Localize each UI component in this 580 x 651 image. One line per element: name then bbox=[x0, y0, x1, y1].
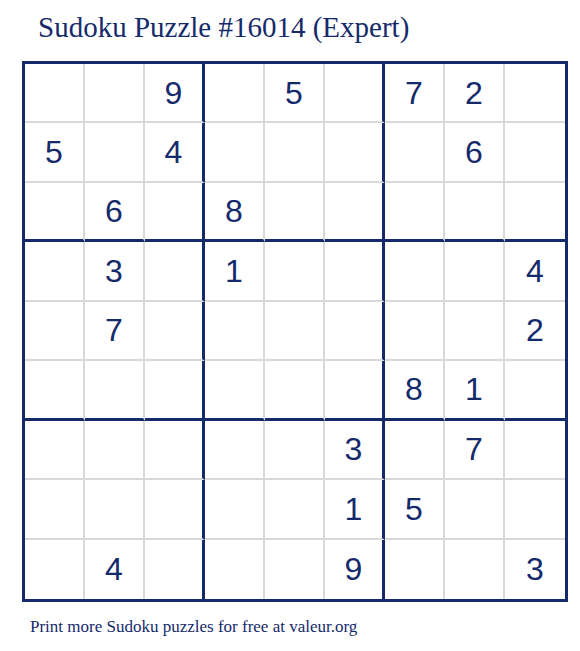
cell-r1c4 bbox=[205, 64, 265, 123]
cell-r5c6 bbox=[325, 302, 385, 361]
cell-r2c7 bbox=[385, 123, 445, 182]
cell-r5c8 bbox=[445, 302, 505, 361]
cell-r8c1 bbox=[25, 480, 85, 539]
cell-r3c4: 8 bbox=[205, 183, 265, 242]
cell-r3c6 bbox=[325, 183, 385, 242]
cell-r8c4 bbox=[205, 480, 265, 539]
cell-r4c7 bbox=[385, 242, 445, 301]
cell-r4c3 bbox=[145, 242, 205, 301]
cell-r1c1 bbox=[25, 64, 85, 123]
cell-r9c8 bbox=[445, 540, 505, 599]
cell-r2c1: 5 bbox=[25, 123, 85, 182]
cell-r6c4 bbox=[205, 361, 265, 420]
cell-r5c3 bbox=[145, 302, 205, 361]
cell-r6c1 bbox=[25, 361, 85, 420]
cell-r2c8: 6 bbox=[445, 123, 505, 182]
cell-r2c4 bbox=[205, 123, 265, 182]
cell-r6c7: 8 bbox=[385, 361, 445, 420]
cell-r4c6 bbox=[325, 242, 385, 301]
cell-r2c6 bbox=[325, 123, 385, 182]
cell-r1c5: 5 bbox=[265, 64, 325, 123]
cell-r9c4 bbox=[205, 540, 265, 599]
cell-r7c2 bbox=[85, 421, 145, 480]
page-title: Sudoku Puzzle #16014 (Expert) bbox=[38, 12, 409, 44]
cell-r7c4 bbox=[205, 421, 265, 480]
cell-r2c2 bbox=[85, 123, 145, 182]
cell-r7c3 bbox=[145, 421, 205, 480]
cell-r7c8: 7 bbox=[445, 421, 505, 480]
cell-r4c9: 4 bbox=[505, 242, 565, 301]
cell-r9c1 bbox=[25, 540, 85, 599]
cell-r6c9 bbox=[505, 361, 565, 420]
cell-r7c5 bbox=[265, 421, 325, 480]
cell-r8c9 bbox=[505, 480, 565, 539]
cell-r8c6: 1 bbox=[325, 480, 385, 539]
cell-r2c9 bbox=[505, 123, 565, 182]
cell-r2c5 bbox=[265, 123, 325, 182]
sudoku-board: 95725466831472813715493 bbox=[22, 61, 568, 602]
cell-r7c9 bbox=[505, 421, 565, 480]
cell-r3c2: 6 bbox=[85, 183, 145, 242]
cell-r6c8: 1 bbox=[445, 361, 505, 420]
cell-r4c4: 1 bbox=[205, 242, 265, 301]
cell-r9c5 bbox=[265, 540, 325, 599]
cell-r1c3: 9 bbox=[145, 64, 205, 123]
cell-r8c3 bbox=[145, 480, 205, 539]
cell-r3c3 bbox=[145, 183, 205, 242]
cell-r9c7 bbox=[385, 540, 445, 599]
cell-r6c6 bbox=[325, 361, 385, 420]
cell-r3c1 bbox=[25, 183, 85, 242]
cell-r5c9: 2 bbox=[505, 302, 565, 361]
cell-r4c5 bbox=[265, 242, 325, 301]
cell-r6c5 bbox=[265, 361, 325, 420]
cell-r9c3 bbox=[145, 540, 205, 599]
cell-r4c2: 3 bbox=[85, 242, 145, 301]
cell-r8c8 bbox=[445, 480, 505, 539]
cell-r9c6: 9 bbox=[325, 540, 385, 599]
cell-r1c6 bbox=[325, 64, 385, 123]
cell-r5c4 bbox=[205, 302, 265, 361]
cell-r7c1 bbox=[25, 421, 85, 480]
cell-r1c2 bbox=[85, 64, 145, 123]
cell-r7c6: 3 bbox=[325, 421, 385, 480]
cell-r2c3: 4 bbox=[145, 123, 205, 182]
cell-r3c8 bbox=[445, 183, 505, 242]
cell-r3c7 bbox=[385, 183, 445, 242]
cell-r1c9 bbox=[505, 64, 565, 123]
cell-r5c1 bbox=[25, 302, 85, 361]
cell-r5c7 bbox=[385, 302, 445, 361]
cell-r7c7 bbox=[385, 421, 445, 480]
cell-r5c5 bbox=[265, 302, 325, 361]
cell-r6c3 bbox=[145, 361, 205, 420]
cell-r3c9 bbox=[505, 183, 565, 242]
cell-r4c1 bbox=[25, 242, 85, 301]
cell-r9c9: 3 bbox=[505, 540, 565, 599]
cell-r8c2 bbox=[85, 480, 145, 539]
cell-r9c2: 4 bbox=[85, 540, 145, 599]
cell-r8c7: 5 bbox=[385, 480, 445, 539]
cell-r1c8: 2 bbox=[445, 64, 505, 123]
sudoku-page: Sudoku Puzzle #16014 (Expert) 9572546683… bbox=[0, 0, 580, 651]
cell-r6c2 bbox=[85, 361, 145, 420]
cell-r5c2: 7 bbox=[85, 302, 145, 361]
cell-r1c7: 7 bbox=[385, 64, 445, 123]
cell-r3c5 bbox=[265, 183, 325, 242]
cell-r8c5 bbox=[265, 480, 325, 539]
footer-text: Print more Sudoku puzzles for free at va… bbox=[30, 617, 357, 637]
cell-r4c8 bbox=[445, 242, 505, 301]
